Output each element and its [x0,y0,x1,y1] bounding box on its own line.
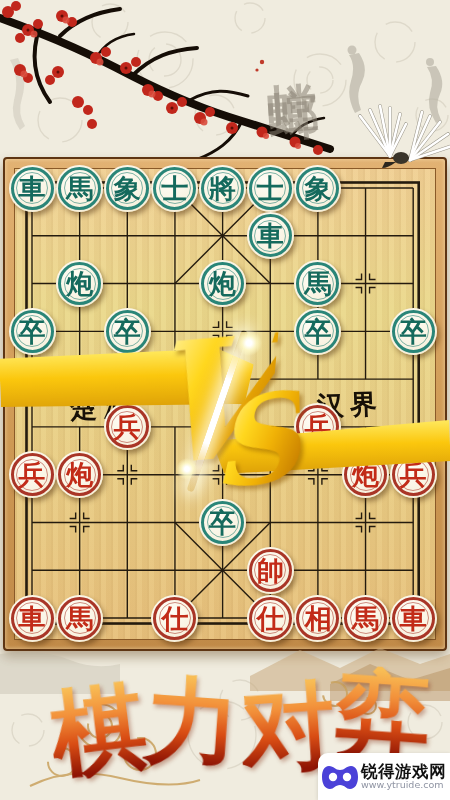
piece-label: 帥 [257,557,284,584]
piece-bC-c4-r2[interactable]: 炮 [199,260,246,307]
piece-rA-c3-r9[interactable]: 仕 [151,595,198,642]
piece-label: 仕 [257,605,284,632]
piece-label: 兵 [304,413,331,440]
piece-label: 士 [257,175,284,202]
piece-label: 兵 [114,413,141,440]
piece-label: 馬 [352,605,379,632]
piece-label: 卒 [114,318,141,345]
piece-rR-c0-r9[interactable]: 車 [9,595,56,642]
piece-bP-c0-r3[interactable]: 卒 [9,308,56,355]
piece-rB-c6-r9[interactable]: 相 [294,595,341,642]
title-char: 棋 [45,676,151,782]
app-screen: 螳螂 楚河 汉界 車馬象士將士象車炮炮馬卒卒卒卒兵兵兵炮炮兵卒帥車馬仕仕相馬車 … [0,0,450,800]
piece-label: 車 [257,222,284,249]
piece-bA-c5-r0[interactable]: 士 [247,165,294,212]
piece-rP-c0-r6[interactable]: 兵 [9,451,56,498]
title-char: 力 [142,670,243,771]
piece-label: 炮 [66,461,93,488]
piece-label: 士 [161,175,188,202]
piece-label: 卒 [400,318,427,345]
piece-label: 馬 [304,270,331,297]
piece-label: 相 [304,605,331,632]
figure-silhouettes [10,46,442,131]
calligraphy-watermark: 螳螂 [254,40,323,174]
site-url: www.ytruide.com [361,780,446,790]
site-watermark-card[interactable]: 锐得游戏网 www.ytruide.com [318,753,450,800]
title-char: 弈 [332,663,433,764]
piece-bP-c2-r3[interactable]: 卒 [104,308,151,355]
piece-bB-c2-r0[interactable]: 象 [104,165,151,212]
piece-label: 炮 [352,461,379,488]
piece-label: 卒 [304,318,331,345]
piece-bN-c1-r0[interactable]: 馬 [56,165,103,212]
piece-label: 兵 [400,461,427,488]
piece-bB-c6-r0[interactable]: 象 [294,165,341,212]
piece-label: 車 [19,605,46,632]
piece-label: 仕 [161,605,188,632]
piece-label: 炮 [66,270,93,297]
piece-bP-c6-r3[interactable]: 卒 [294,308,341,355]
piece-rK-c5-r8[interactable]: 帥 [247,547,294,594]
piece-rN-c7-r9[interactable]: 馬 [342,595,389,642]
gamepad-icon [321,762,359,792]
piece-rC-c7-r6[interactable]: 炮 [342,451,389,498]
piece-label: 車 [19,175,46,202]
piece-bP-c4-r7[interactable]: 卒 [199,499,246,546]
piece-label: 馬 [66,175,93,202]
piece-rP-c8-r6[interactable]: 兵 [390,451,437,498]
piece-bK-c4-r0[interactable]: 將 [199,165,246,212]
site-name: 锐得游戏网 [361,763,446,780]
piece-bR-c5-r1[interactable]: 車 [247,212,294,259]
piece-rN-c1-r9[interactable]: 馬 [56,595,103,642]
piece-rP-c2-r5[interactable]: 兵 [104,403,151,450]
piece-rA-c5-r9[interactable]: 仕 [247,595,294,642]
piece-bA-c3-r0[interactable]: 士 [151,165,198,212]
piece-label: 兵 [19,461,46,488]
piece-label: 炮 [209,270,236,297]
piece-label: 車 [400,605,427,632]
piece-rC-c1-r6[interactable]: 炮 [56,451,103,498]
piece-label: 卒 [19,318,46,345]
piece-bP-c8-r3[interactable]: 卒 [390,308,437,355]
piece-label: 卒 [209,509,236,536]
piece-bC-c1-r2[interactable]: 炮 [56,260,103,307]
piece-bR-c0-r0[interactable]: 車 [9,165,56,212]
piece-label: 馬 [66,605,93,632]
piece-rR-c8-r9[interactable]: 車 [390,595,437,642]
piece-label: 象 [304,175,331,202]
piece-label: 象 [114,175,141,202]
piece-label: 將 [209,175,236,202]
